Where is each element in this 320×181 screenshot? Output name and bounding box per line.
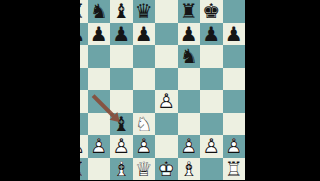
piece-black-knight[interactable]: ♞ [88,0,111,23]
piece-black-rook[interactable]: ♜ [178,0,201,23]
piece-outline: ♙ [110,135,133,158]
piece-outline: ♔ [155,158,178,181]
square-f2[interactable]: ♟♙ [178,135,201,158]
square-f4[interactable] [178,90,201,113]
piece-black-pawn[interactable]: ♟ [200,23,223,46]
square-b1[interactable] [88,158,111,181]
piece-black-king[interactable]: ♚ [200,0,223,23]
square-h6[interactable] [223,45,246,68]
square-h7[interactable]: ♟ [223,23,246,46]
piece-black-pawn[interactable]: ♟ [88,23,111,46]
piece-black-pawn[interactable]: ♟ [178,23,201,46]
square-c5[interactable] [110,68,133,91]
square-b6[interactable] [88,45,111,68]
video-frame: ♜♞♝♛♜♚♟♟♟♟♟♟♟♞♟♙♝♞♘♟♙♟♙♟♙♟♙♟♙♟♙♟♙♜♖♝♗♛♕♚… [0,0,320,180]
square-g2[interactable]: ♟♙ [200,135,223,158]
piece-black-bishop[interactable]: ♝ [110,0,133,23]
square-b5[interactable] [88,68,111,91]
chess-board[interactable]: ♜♞♝♛♜♚♟♟♟♟♟♟♟♞♟♙♝♞♘♟♙♟♙♟♙♟♙♟♙♟♙♟♙♜♖♝♗♛♕♚… [65,0,245,180]
square-e8[interactable] [155,0,178,23]
piece-white-knight[interactable]: ♞♘ [133,113,156,136]
square-b8[interactable]: ♞ [88,0,111,23]
piece-white-pawn[interactable]: ♟♙ [178,135,201,158]
square-d6[interactable] [133,45,156,68]
square-g4[interactable] [200,90,223,113]
letterbox-right-bar [245,0,320,180]
square-e4[interactable]: ♟♙ [155,90,178,113]
square-d7[interactable]: ♟ [133,23,156,46]
square-c4[interactable] [110,90,133,113]
piece-outline: ♙ [223,135,246,158]
square-b7[interactable]: ♟ [88,23,111,46]
piece-white-pawn[interactable]: ♟♙ [223,135,246,158]
piece-black-pawn[interactable]: ♟ [133,23,156,46]
piece-outline: ♙ [133,135,156,158]
piece-outline: ♙ [88,135,111,158]
square-h2[interactable]: ♟♙ [223,135,246,158]
square-c6[interactable] [110,45,133,68]
square-e6[interactable] [155,45,178,68]
piece-outline: ♙ [155,90,178,113]
square-f5[interactable] [178,68,201,91]
square-b3[interactable] [88,113,111,136]
square-h8[interactable] [223,0,246,23]
square-h4[interactable] [223,90,246,113]
piece-white-pawn[interactable]: ♟♙ [200,135,223,158]
square-g5[interactable] [200,68,223,91]
piece-outline: ♗ [110,158,133,181]
square-b2[interactable]: ♟♙ [88,135,111,158]
piece-white-pawn[interactable]: ♟♙ [110,135,133,158]
piece-white-pawn[interactable]: ♟♙ [88,135,111,158]
square-h5[interactable] [223,68,246,91]
square-e5[interactable] [155,68,178,91]
square-b4[interactable] [88,90,111,113]
square-h3[interactable] [223,113,246,136]
square-g6[interactable] [200,45,223,68]
piece-outline: ♙ [178,135,201,158]
square-d4[interactable] [133,90,156,113]
piece-outline: ♖ [223,158,246,181]
square-f1[interactable]: ♝♗ [178,158,201,181]
piece-white-pawn[interactable]: ♟♙ [133,135,156,158]
piece-black-bishop[interactable]: ♝ [110,113,133,136]
piece-white-bishop[interactable]: ♝♗ [110,158,133,181]
square-h1[interactable]: ♜♖ [223,158,246,181]
piece-white-queen[interactable]: ♛♕ [133,158,156,181]
piece-black-knight[interactable]: ♞ [178,45,201,68]
piece-black-queen[interactable]: ♛ [133,0,156,23]
square-f6[interactable]: ♞ [178,45,201,68]
square-g8[interactable]: ♚ [200,0,223,23]
square-g3[interactable] [200,113,223,136]
square-d5[interactable] [133,68,156,91]
square-d8[interactable]: ♛ [133,0,156,23]
square-f8[interactable]: ♜ [178,0,201,23]
square-g7[interactable]: ♟ [200,23,223,46]
square-c8[interactable]: ♝ [110,0,133,23]
piece-white-rook[interactable]: ♜♖ [223,158,246,181]
piece-white-bishop[interactable]: ♝♗ [178,158,201,181]
square-f7[interactable]: ♟ [178,23,201,46]
square-g1[interactable] [200,158,223,181]
square-c7[interactable]: ♟ [110,23,133,46]
piece-outline: ♙ [200,135,223,158]
square-e2[interactable] [155,135,178,158]
piece-white-king[interactable]: ♚♔ [155,158,178,181]
square-f3[interactable] [178,113,201,136]
square-c1[interactable]: ♝♗ [110,158,133,181]
letterbox-left-bar [0,0,80,180]
piece-white-pawn[interactable]: ♟♙ [155,90,178,113]
square-d1[interactable]: ♛♕ [133,158,156,181]
piece-black-pawn[interactable]: ♟ [110,23,133,46]
piece-black-pawn[interactable]: ♟ [223,23,246,46]
piece-outline: ♘ [133,113,156,136]
piece-outline: ♗ [178,158,201,181]
square-e7[interactable] [155,23,178,46]
square-c3[interactable]: ♝ [110,113,133,136]
square-d2[interactable]: ♟♙ [133,135,156,158]
square-e1[interactable]: ♚♔ [155,158,178,181]
square-d3[interactable]: ♞♘ [133,113,156,136]
square-e3[interactable] [155,113,178,136]
square-c2[interactable]: ♟♙ [110,135,133,158]
piece-outline: ♕ [133,158,156,181]
